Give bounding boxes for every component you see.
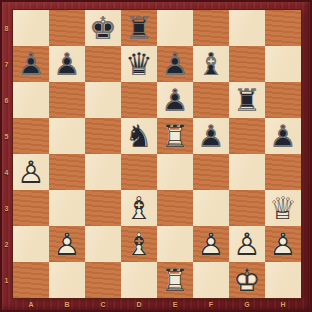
piece-glyph-outline: ♙ <box>49 226 85 262</box>
piece-black-pawn[interactable]: ♟♙ <box>157 82 193 118</box>
piece-glyph-outline: ♙ <box>157 82 193 118</box>
square-c4[interactable] <box>85 154 121 190</box>
rank-label: 5 <box>0 118 13 154</box>
square-b4[interactable] <box>49 154 85 190</box>
piece-white-bishop[interactable]: ♝♗ <box>121 190 157 226</box>
square-c1[interactable] <box>85 262 121 298</box>
piece-glyph-outline: ♖ <box>229 82 265 118</box>
piece-glyph-outline: ♙ <box>49 46 85 82</box>
square-a4[interactable]: ♟♙ <box>13 154 49 190</box>
square-a5[interactable] <box>13 118 49 154</box>
chess-board-frame: 8 7 6 5 4 3 2 1 ♚♔♜♖♟♙♟♙♛♕♟♙♝♗♟♙♜♖♞♘♜♖♟♙… <box>0 0 312 312</box>
piece-glyph-outline: ♙ <box>13 154 49 190</box>
square-e2[interactable] <box>157 226 193 262</box>
piece-glyph-outline: ♔ <box>229 262 265 298</box>
square-c3[interactable] <box>85 190 121 226</box>
piece-white-queen[interactable]: ♛♕ <box>265 190 301 226</box>
piece-black-king[interactable]: ♚♔ <box>85 10 121 46</box>
square-e7[interactable]: ♟♙ <box>157 46 193 82</box>
piece-black-rook[interactable]: ♜♖ <box>121 10 157 46</box>
piece-white-pawn[interactable]: ♟♙ <box>229 226 265 262</box>
square-c6[interactable] <box>85 82 121 118</box>
square-d6[interactable] <box>121 82 157 118</box>
piece-glyph-outline: ♖ <box>157 118 193 154</box>
piece-black-rook[interactable]: ♜♖ <box>229 82 265 118</box>
square-b8[interactable] <box>49 10 85 46</box>
square-h1[interactable] <box>265 262 301 298</box>
piece-white-rook[interactable]: ♜♖ <box>157 118 193 154</box>
square-g6[interactable]: ♜♖ <box>229 82 265 118</box>
square-h5[interactable]: ♟♙ <box>265 118 301 154</box>
square-c8[interactable]: ♚♔ <box>85 10 121 46</box>
piece-white-pawn[interactable]: ♟♙ <box>13 154 49 190</box>
piece-white-bishop[interactable]: ♝♗ <box>121 226 157 262</box>
piece-glyph-outline: ♙ <box>265 118 301 154</box>
square-g7[interactable] <box>229 46 265 82</box>
square-a6[interactable] <box>13 82 49 118</box>
square-b7[interactable]: ♟♙ <box>49 46 85 82</box>
piece-glyph-outline: ♖ <box>121 10 157 46</box>
square-b3[interactable] <box>49 190 85 226</box>
square-a2[interactable] <box>13 226 49 262</box>
square-b5[interactable] <box>49 118 85 154</box>
rank-labels: 8 7 6 5 4 3 2 1 <box>0 10 13 298</box>
piece-glyph-outline: ♙ <box>157 46 193 82</box>
square-g2[interactable]: ♟♙ <box>229 226 265 262</box>
rank-label: 8 <box>0 10 13 46</box>
file-labels: A B C D E F G H <box>13 298 301 312</box>
piece-glyph-outline: ♙ <box>265 226 301 262</box>
square-h8[interactable] <box>265 10 301 46</box>
rank-label: 3 <box>0 190 13 226</box>
square-f2[interactable]: ♟♙ <box>193 226 229 262</box>
square-c7[interactable] <box>85 46 121 82</box>
square-g5[interactable] <box>229 118 265 154</box>
square-d3[interactable]: ♝♗ <box>121 190 157 226</box>
square-f7[interactable]: ♝♗ <box>193 46 229 82</box>
square-b6[interactable] <box>49 82 85 118</box>
rank-label: 6 <box>0 82 13 118</box>
piece-white-pawn[interactable]: ♟♙ <box>193 226 229 262</box>
square-g1[interactable]: ♚♔ <box>229 262 265 298</box>
piece-glyph-outline: ♙ <box>229 226 265 262</box>
piece-glyph-outline: ♕ <box>121 46 157 82</box>
rank-label: 7 <box>0 46 13 82</box>
square-a7[interactable]: ♟♙ <box>13 46 49 82</box>
piece-white-pawn[interactable]: ♟♙ <box>49 226 85 262</box>
square-f5[interactable]: ♟♙ <box>193 118 229 154</box>
square-d5[interactable]: ♞♘ <box>121 118 157 154</box>
square-g4[interactable] <box>229 154 265 190</box>
piece-glyph-outline: ♔ <box>85 10 121 46</box>
square-f1[interactable] <box>193 262 229 298</box>
square-h6[interactable] <box>265 82 301 118</box>
square-d4[interactable] <box>121 154 157 190</box>
square-d2[interactable]: ♝♗ <box>121 226 157 262</box>
square-e8[interactable] <box>157 10 193 46</box>
piece-black-pawn[interactable]: ♟♙ <box>265 118 301 154</box>
square-f3[interactable] <box>193 190 229 226</box>
square-e1[interactable]: ♜♖ <box>157 262 193 298</box>
piece-black-pawn[interactable]: ♟♙ <box>157 46 193 82</box>
square-f8[interactable] <box>193 10 229 46</box>
square-a8[interactable] <box>13 10 49 46</box>
piece-glyph-outline: ♙ <box>13 46 49 82</box>
square-a3[interactable] <box>13 190 49 226</box>
square-b1[interactable] <box>49 262 85 298</box>
piece-glyph-outline: ♘ <box>121 118 157 154</box>
piece-glyph-outline: ♙ <box>193 118 229 154</box>
file-label: A <box>13 298 49 312</box>
square-h3[interactable]: ♛♕ <box>265 190 301 226</box>
file-label: E <box>157 298 193 312</box>
piece-white-pawn[interactable]: ♟♙ <box>265 226 301 262</box>
piece-glyph-outline: ♗ <box>193 46 229 82</box>
piece-black-queen[interactable]: ♛♕ <box>121 46 157 82</box>
square-g8[interactable] <box>229 10 265 46</box>
square-f6[interactable] <box>193 82 229 118</box>
piece-white-rook[interactable]: ♜♖ <box>157 262 193 298</box>
square-h4[interactable] <box>265 154 301 190</box>
piece-white-king[interactable]: ♚♔ <box>229 262 265 298</box>
square-e3[interactable] <box>157 190 193 226</box>
square-e5[interactable]: ♜♖ <box>157 118 193 154</box>
square-c2[interactable] <box>85 226 121 262</box>
piece-black-pawn[interactable]: ♟♙ <box>13 46 49 82</box>
rank-label: 1 <box>0 262 13 298</box>
piece-glyph-outline: ♖ <box>157 262 193 298</box>
piece-glyph-outline: ♗ <box>121 190 157 226</box>
square-d1[interactable] <box>121 262 157 298</box>
file-label: D <box>121 298 157 312</box>
square-f4[interactable] <box>193 154 229 190</box>
square-h2[interactable]: ♟♙ <box>265 226 301 262</box>
piece-glyph-outline: ♙ <box>193 226 229 262</box>
piece-black-knight[interactable]: ♞♘ <box>121 118 157 154</box>
square-d7[interactable]: ♛♕ <box>121 46 157 82</box>
file-label: H <box>265 298 301 312</box>
file-label: G <box>229 298 265 312</box>
square-c5[interactable] <box>85 118 121 154</box>
file-label: B <box>49 298 85 312</box>
piece-black-pawn[interactable]: ♟♙ <box>49 46 85 82</box>
square-b2[interactable]: ♟♙ <box>49 226 85 262</box>
square-e6[interactable]: ♟♙ <box>157 82 193 118</box>
square-a1[interactable] <box>13 262 49 298</box>
piece-glyph-outline: ♕ <box>265 190 301 226</box>
piece-black-pawn[interactable]: ♟♙ <box>193 118 229 154</box>
rank-label: 4 <box>0 154 13 190</box>
square-d8[interactable]: ♜♖ <box>121 10 157 46</box>
square-h7[interactable] <box>265 46 301 82</box>
square-g3[interactable] <box>229 190 265 226</box>
file-label: C <box>85 298 121 312</box>
file-label: F <box>193 298 229 312</box>
piece-black-bishop[interactable]: ♝♗ <box>193 46 229 82</box>
chess-board[interactable]: ♚♔♜♖♟♙♟♙♛♕♟♙♝♗♟♙♜♖♞♘♜♖♟♙♟♙♟♙♝♗♛♕♟♙♝♗♟♙♟♙… <box>13 10 301 298</box>
square-e4[interactable] <box>157 154 193 190</box>
rank-label: 2 <box>0 226 13 262</box>
piece-glyph-outline: ♗ <box>121 226 157 262</box>
